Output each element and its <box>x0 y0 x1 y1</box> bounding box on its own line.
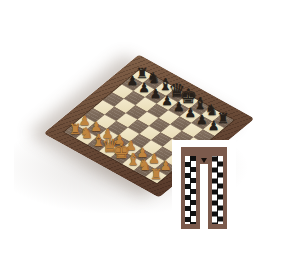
logo-left-checkerboard <box>185 156 196 224</box>
logo-right-column <box>208 147 227 229</box>
logo-triangle-mark <box>201 158 207 163</box>
checkered-letter-logo <box>181 147 227 229</box>
logo-card <box>172 140 236 239</box>
logo-notch <box>200 156 208 164</box>
logo-left-column <box>181 147 200 229</box>
chess-set-photo: ♜♞♝♛♚♝♞♜♟♟♟♟♟♟♟♟♟♟♟♟♟♟♟♟♜♞♝♛♚♝♞♜ <box>0 0 292 261</box>
logo-right-checkerboard <box>212 156 223 224</box>
